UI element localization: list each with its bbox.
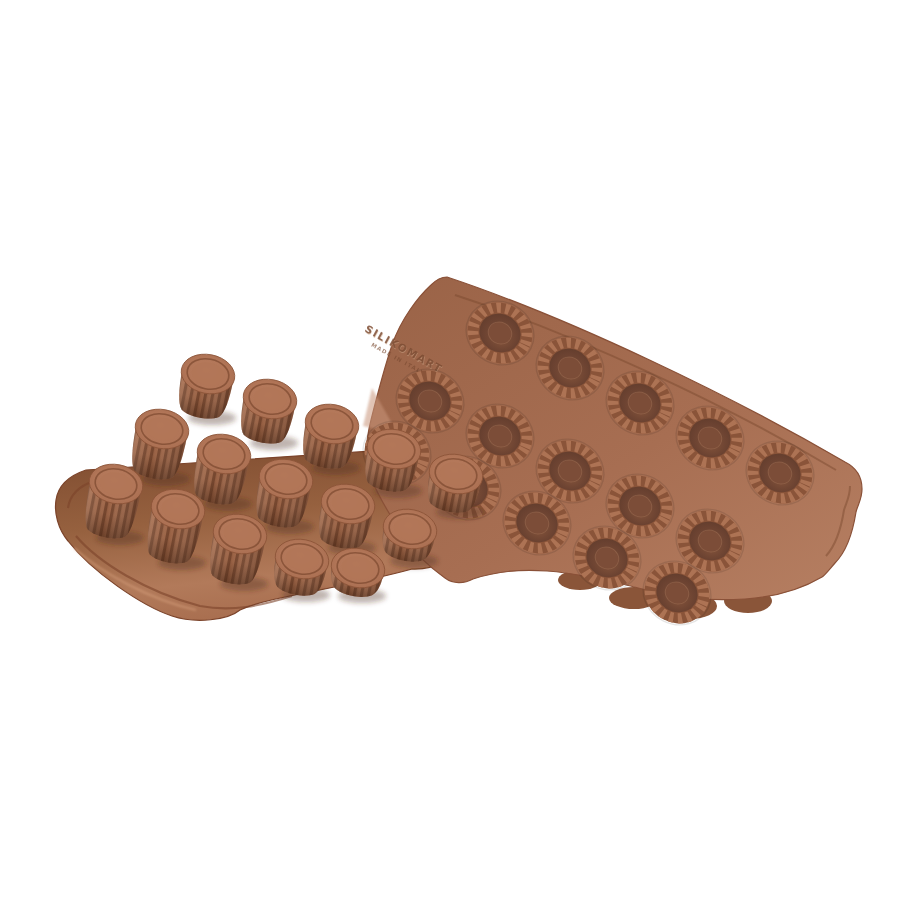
chocolate-mould-photo: SILIKOMART SILIKOMART MADE IN ITALY [0,0,900,900]
product-photo-stage: SILIKOMART SILIKOMART MADE IN ITALY [0,0,900,900]
